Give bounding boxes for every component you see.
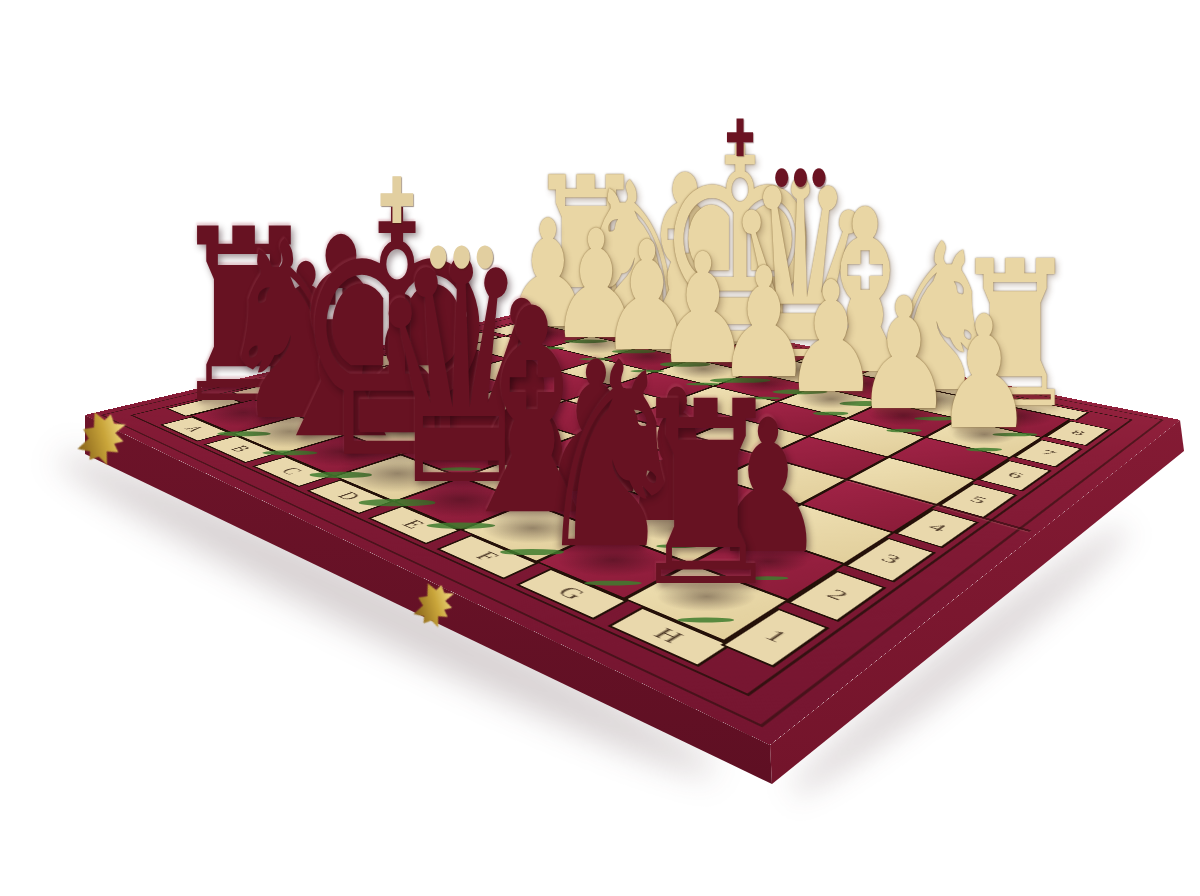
product-photo: ABCDEFGH 87654321 ♜♞♝♚✚♛● ● ●♝♞♜♟♟♟♟♟♟♟♟… (0, 0, 1200, 896)
piece-maroon-rook-h1[interactable]: ♜ (627, 368, 785, 622)
pawn-glyph: ♟ (935, 295, 1033, 451)
piece-light-pawn-h7[interactable]: ♟ (935, 295, 1033, 451)
rook-glyph: ♜ (627, 368, 785, 622)
